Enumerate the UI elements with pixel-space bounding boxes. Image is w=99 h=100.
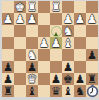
square-d4[interactable]: ♟	[50, 37, 62, 49]
square-a3[interactable]	[86, 25, 98, 37]
square-d5[interactable]	[50, 49, 62, 61]
white-pawn[interactable]: ♟	[39, 37, 49, 49]
square-f3[interactable]	[26, 25, 38, 37]
square-b8[interactable]: ♞	[74, 85, 86, 97]
chess-board[interactable]: ♚♜♜♟♟♟♟♟♟♞♟♟♝♞♟♟♟♟♟♛♟♚♟♜♜♝♛♝♞	[2, 1, 98, 97]
black-knight[interactable]: ♞	[75, 85, 85, 97]
white-bishop[interactable]: ♝	[63, 37, 73, 49]
square-a2[interactable]: ♟	[86, 13, 98, 25]
square-b3[interactable]	[74, 25, 86, 37]
square-a5[interactable]: ♟	[86, 49, 98, 61]
square-e8[interactable]	[38, 85, 50, 97]
square-g7[interactable]	[14, 73, 26, 85]
square-g6[interactable]	[14, 61, 26, 73]
square-e4[interactable]: ♟	[38, 37, 50, 49]
square-f8[interactable]: ♝	[26, 85, 38, 97]
square-b4[interactable]	[74, 37, 86, 49]
board-frame: ♚♜♜♟♟♟♟♟♟♞♟♟♝♞♟♟♟♟♟♛♟♚♟♜♜♝♛♝♞	[0, 0, 99, 100]
square-h8[interactable]: ♜	[2, 85, 14, 97]
white-pawn[interactable]: ♟	[15, 13, 25, 25]
square-h4[interactable]	[2, 37, 14, 49]
square-e5[interactable]	[38, 49, 50, 61]
square-d1[interactable]: ♜	[50, 1, 62, 13]
white-pawn[interactable]: ♟	[27, 13, 37, 25]
square-d2[interactable]	[50, 13, 62, 25]
square-g2[interactable]: ♟	[14, 13, 26, 25]
square-e2[interactable]	[38, 13, 50, 25]
square-c4[interactable]: ♝	[62, 37, 74, 49]
square-g4[interactable]	[14, 37, 26, 49]
square-g3[interactable]	[14, 25, 26, 37]
square-e7[interactable]	[38, 73, 50, 85]
square-h2[interactable]: ♟	[2, 13, 14, 25]
white-pawn[interactable]: ♟	[3, 13, 13, 25]
square-c8[interactable]: ♝	[62, 85, 74, 97]
white-rook[interactable]: ♜	[51, 1, 61, 13]
square-g5[interactable]	[14, 49, 26, 61]
square-g8[interactable]	[14, 85, 26, 97]
square-d8[interactable]: ♛	[50, 85, 62, 97]
hint-arrow-icon	[54, 32, 58, 36]
white-pawn[interactable]: ♟	[51, 37, 61, 49]
black-queen[interactable]: ♛	[51, 85, 61, 97]
black-rook[interactable]: ♜	[3, 85, 13, 97]
black-pawn[interactable]: ♟	[87, 49, 97, 61]
square-b2[interactable]: ♟	[74, 13, 86, 25]
black-bishop[interactable]: ♝	[27, 85, 37, 97]
clock-icon	[86, 84, 99, 98]
square-h3[interactable]	[2, 25, 14, 37]
square-e1[interactable]	[38, 1, 50, 13]
square-e6[interactable]	[38, 61, 50, 73]
white-pawn[interactable]: ♟	[87, 13, 97, 25]
square-f2[interactable]: ♟	[26, 13, 38, 25]
square-a8[interactable]	[86, 85, 98, 97]
black-bishop[interactable]: ♝	[63, 85, 73, 97]
white-pawn[interactable]: ♟	[75, 13, 85, 25]
square-b5[interactable]	[74, 49, 86, 61]
